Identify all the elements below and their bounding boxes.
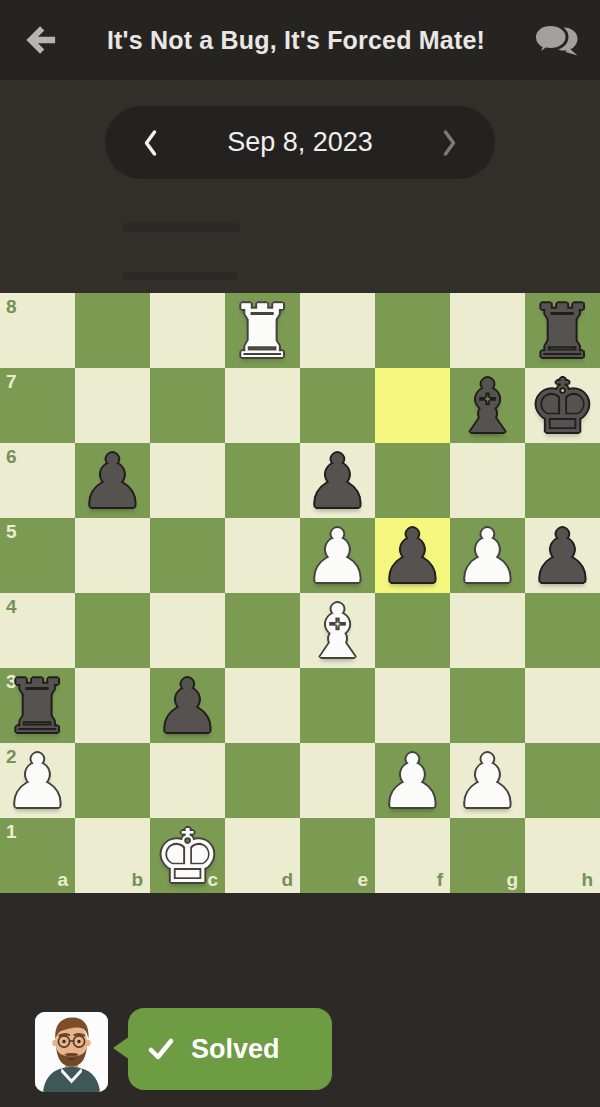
back-button[interactable] [22, 22, 60, 58]
file-label-a: a [57, 869, 68, 891]
file-label-b: b [131, 869, 143, 891]
square-b1[interactable]: b [75, 818, 150, 893]
square-h7[interactable]: ♚ [525, 368, 600, 443]
square-e7[interactable] [300, 368, 375, 443]
square-f8[interactable] [375, 293, 450, 368]
square-h1[interactable]: h [525, 818, 600, 893]
square-c4[interactable] [150, 593, 225, 668]
skeleton-bar [123, 272, 237, 280]
file-label-g: g [506, 869, 518, 891]
square-c5[interactable] [150, 518, 225, 593]
bubble-tail [113, 1036, 130, 1060]
square-g3[interactable] [450, 668, 525, 743]
square-d5[interactable] [225, 518, 300, 593]
header-bar: It's Not a Bug, It's Forced Mate! [0, 0, 600, 80]
square-f6[interactable] [375, 443, 450, 518]
square-c8[interactable] [150, 293, 225, 368]
check-icon [148, 1036, 174, 1062]
square-c7[interactable] [150, 368, 225, 443]
square-g1[interactable]: g [450, 818, 525, 893]
square-f2[interactable]: ♟ [375, 743, 450, 818]
square-b6[interactable]: ♟ [75, 443, 150, 518]
next-date-button[interactable] [437, 128, 463, 158]
square-h3[interactable] [525, 668, 600, 743]
avatar [35, 1012, 108, 1092]
square-h5[interactable]: ♟ [525, 518, 600, 593]
square-d3[interactable] [225, 668, 300, 743]
square-b3[interactable] [75, 668, 150, 743]
square-a5[interactable]: 5 [0, 518, 75, 593]
file-label-h: h [581, 869, 593, 891]
piece-wK-c1[interactable]: ♚ [150, 818, 225, 893]
square-d2[interactable] [225, 743, 300, 818]
square-h2[interactable] [525, 743, 600, 818]
square-g5[interactable]: ♟ [450, 518, 525, 593]
date-pill: Sep 8, 2023 [105, 106, 495, 179]
piece-wP-e5[interactable]: ♟ [300, 518, 375, 593]
square-b7[interactable] [75, 368, 150, 443]
comments-button[interactable] [532, 18, 580, 62]
square-a4[interactable]: 4 [0, 593, 75, 668]
square-a3[interactable]: 3♜ [0, 668, 75, 743]
square-a8[interactable]: 8 [0, 293, 75, 368]
arrow-left-icon [24, 24, 58, 56]
square-g4[interactable] [450, 593, 525, 668]
square-h4[interactable] [525, 593, 600, 668]
square-f1[interactable]: f [375, 818, 450, 893]
square-b8[interactable] [75, 293, 150, 368]
square-g2[interactable]: ♟ [450, 743, 525, 818]
piece-bP-b6[interactable]: ♟ [75, 443, 150, 518]
square-b2[interactable] [75, 743, 150, 818]
square-e6[interactable]: ♟ [300, 443, 375, 518]
rank-label-6: 6 [6, 446, 17, 468]
piece-wP-g5[interactable]: ♟ [450, 518, 525, 593]
square-e1[interactable]: e [300, 818, 375, 893]
square-e8[interactable] [300, 293, 375, 368]
skeleton-bar [123, 223, 240, 232]
square-d8[interactable]: ♜ [225, 293, 300, 368]
square-d7[interactable] [225, 368, 300, 443]
square-c2[interactable] [150, 743, 225, 818]
square-e2[interactable] [300, 743, 375, 818]
prev-date-button[interactable] [137, 128, 163, 158]
bearded-man-avatar-icon [35, 1012, 108, 1092]
square-g6[interactable] [450, 443, 525, 518]
piece-bP-f5[interactable]: ♟ [375, 518, 450, 593]
status-label: Solved [191, 1034, 280, 1065]
piece-wR-d8[interactable]: ♜ [225, 293, 300, 368]
piece-bP-e6[interactable]: ♟ [300, 443, 375, 518]
square-d1[interactable]: d [225, 818, 300, 893]
date-label: Sep 8, 2023 [227, 127, 373, 158]
piece-wP-a2[interactable]: ♟ [0, 743, 75, 818]
square-f3[interactable] [375, 668, 450, 743]
square-f4[interactable] [375, 593, 450, 668]
rank-label-1: 1 [6, 821, 17, 843]
rank-label-8: 8 [6, 296, 17, 318]
piece-bR-h8[interactable]: ♜ [525, 293, 600, 368]
rank-label-4: 4 [6, 596, 17, 618]
square-d4[interactable] [225, 593, 300, 668]
date-section: Sep 8, 2023 [0, 80, 600, 293]
piece-wP-g2[interactable]: ♟ [450, 743, 525, 818]
file-label-d: d [281, 869, 293, 891]
page-title: It's Not a Bug, It's Forced Mate! [60, 26, 532, 55]
piece-bK-h7[interactable]: ♚ [525, 368, 600, 443]
square-a1[interactable]: 1a [0, 818, 75, 893]
square-a2[interactable]: 2♟ [0, 743, 75, 818]
square-b5[interactable] [75, 518, 150, 593]
square-c3[interactable]: ♟ [150, 668, 225, 743]
chevron-left-icon [142, 129, 159, 157]
square-e3[interactable] [300, 668, 375, 743]
square-h6[interactable] [525, 443, 600, 518]
square-e4[interactable]: ♝ [300, 593, 375, 668]
file-label-f: f [437, 869, 443, 891]
square-f7[interactable] [375, 368, 450, 443]
square-c6[interactable] [150, 443, 225, 518]
square-c1[interactable]: c♚ [150, 818, 225, 893]
file-label-e: e [357, 869, 368, 891]
square-g7[interactable]: ♝ [450, 368, 525, 443]
square-d6[interactable] [225, 443, 300, 518]
square-a7[interactable]: 7 [0, 368, 75, 443]
piece-wP-f2[interactable]: ♟ [375, 743, 450, 818]
chat-bubbles-icon [533, 20, 579, 60]
rank-label-5: 5 [6, 521, 17, 543]
piece-bR-a3[interactable]: ♜ [0, 668, 75, 743]
rank-label-7: 7 [6, 371, 17, 393]
piece-bP-c3[interactable]: ♟ [150, 668, 225, 743]
piece-bB-g7[interactable]: ♝ [450, 368, 525, 443]
square-b4[interactable] [75, 593, 150, 668]
square-f5[interactable]: ♟ [375, 518, 450, 593]
square-e5[interactable]: ♟ [300, 518, 375, 593]
piece-wB-e4[interactable]: ♝ [300, 593, 375, 668]
piece-bP-h5[interactable]: ♟ [525, 518, 600, 593]
square-h8[interactable]: ♜ [525, 293, 600, 368]
square-a6[interactable]: 6 [0, 443, 75, 518]
chess-board: 8♜♜7♝♚6♟♟5♟♟♟♟4♝3♜♟2♟♟♟1abc♚defgh [0, 293, 600, 893]
chevron-right-icon [441, 129, 458, 157]
status-bubble: Solved [128, 1008, 332, 1090]
square-g8[interactable] [450, 293, 525, 368]
